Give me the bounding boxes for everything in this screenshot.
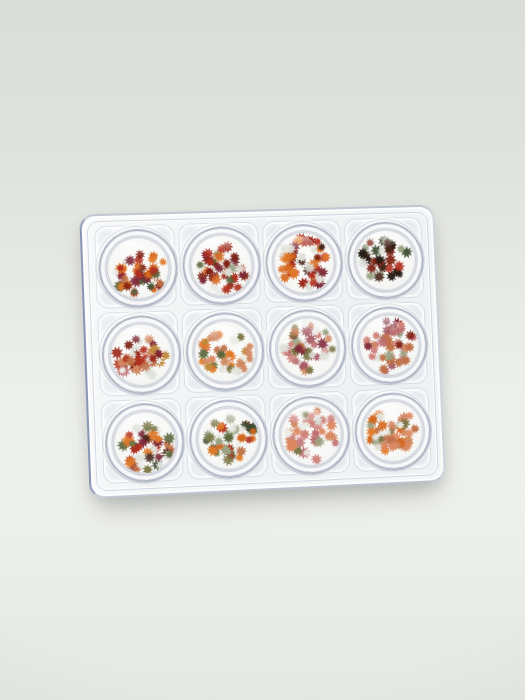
- tray-cell-r3c2: [184, 393, 269, 481]
- maple-leaf-sequin: [370, 431, 381, 442]
- jar-contents-r3c2: [196, 406, 261, 471]
- maple-leaf-sequin: [396, 244, 406, 254]
- tray-cell-r1c3: [260, 218, 344, 304]
- jar-contents-r3c3: [279, 403, 343, 468]
- jar-contents-r1c2: [189, 234, 253, 298]
- maple-leaf-sequin: [386, 441, 399, 454]
- maple-leaf-sequin: [134, 248, 146, 260]
- tray-cell-r1c1: [93, 223, 178, 310]
- maple-leaf-sequin: [202, 360, 214, 372]
- maple-leaf-sequin: [286, 438, 300, 452]
- maple-leaf-sequin: [202, 431, 217, 446]
- tray-cell-r2c4: [346, 301, 429, 388]
- studio-background: [0, 0, 525, 700]
- jar-contents-r2c2: [193, 320, 258, 385]
- jar-contents-r3c4: [362, 399, 425, 463]
- maple-leaf-sequin: [221, 258, 233, 270]
- jar-contents-r1c4: [354, 229, 417, 292]
- maple-leaf-sequin: [394, 269, 405, 280]
- tray-cell-r2c3: [264, 304, 348, 391]
- maple-leaf-sequin: [198, 275, 209, 286]
- tray-cell-r1c4: [342, 216, 425, 302]
- maple-leaf-sequin: [110, 268, 121, 279]
- jar-contents-r2c4: [358, 314, 421, 378]
- maple-leaf-sequin: [132, 267, 143, 277]
- maple-leaf-sequin: [291, 341, 305, 355]
- tray-cell-r3c1: [99, 396, 185, 485]
- maple-leaf-sequin: [130, 333, 142, 345]
- maple-leaf-sequin: [234, 444, 249, 459]
- glitter-case: [79, 205, 446, 499]
- tray-cell-r2c1: [96, 309, 182, 397]
- jar-contents-r3c1: [112, 410, 177, 476]
- jar-contents-r1c3: [272, 231, 336, 295]
- jar-contents-r2c3: [276, 317, 340, 381]
- jar-tray: [93, 216, 433, 485]
- jar-contents-r2c1: [108, 323, 173, 388]
- maple-leaf-sequin: [322, 332, 335, 346]
- tray-cell-r1c2: [177, 220, 262, 307]
- tray-cell-r3c4: [350, 386, 433, 473]
- tray-cell-r3c3: [267, 389, 351, 477]
- maple-leaf-sequin: [221, 431, 235, 445]
- jar-contents-r1c1: [105, 236, 170, 300]
- maple-leaf-sequin: [196, 346, 211, 361]
- tray-cell-r2c2: [180, 306, 265, 394]
